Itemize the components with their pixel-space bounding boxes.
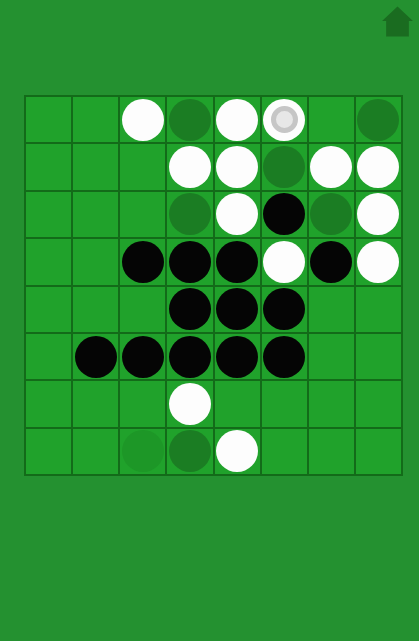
flipping-disc [169, 430, 211, 472]
cell-r8c6[interactable] [262, 429, 307, 474]
cell-r5c7[interactable] [309, 287, 354, 332]
cell-r7c6[interactable] [262, 381, 307, 426]
cell-r3c8[interactable] [356, 192, 401, 237]
cell-r3c6[interactable] [262, 192, 307, 237]
cell-r1c8[interactable] [356, 97, 401, 142]
black-disc [169, 241, 211, 283]
white-disc [169, 146, 211, 188]
cell-r1c7[interactable] [309, 97, 354, 142]
cell-r6c5[interactable] [215, 334, 260, 379]
cell-r2c3[interactable] [120, 144, 165, 189]
white-disc-last-move [263, 99, 305, 141]
cell-r4c4[interactable] [167, 239, 212, 284]
cell-r7c5[interactable] [215, 381, 260, 426]
cell-r4c6[interactable] [262, 239, 307, 284]
cell-r7c7[interactable] [309, 381, 354, 426]
cell-r1c5[interactable] [215, 97, 260, 142]
flipping-disc-faint [122, 430, 164, 472]
cell-r2c2[interactable] [73, 144, 118, 189]
cell-r4c7[interactable] [309, 239, 354, 284]
black-disc [263, 193, 305, 235]
cell-r7c4[interactable] [167, 381, 212, 426]
cell-r6c7[interactable] [309, 334, 354, 379]
cell-r8c3[interactable] [120, 429, 165, 474]
cell-r6c4[interactable] [167, 334, 212, 379]
cell-r4c2[interactable] [73, 239, 118, 284]
board [24, 95, 403, 476]
cell-r4c8[interactable] [356, 239, 401, 284]
cell-r1c2[interactable] [73, 97, 118, 142]
black-disc [122, 241, 164, 283]
black-disc [122, 336, 164, 378]
white-disc [122, 99, 164, 141]
cell-r2c4[interactable] [167, 144, 212, 189]
cell-r3c5[interactable] [215, 192, 260, 237]
black-disc [169, 336, 211, 378]
white-disc [216, 146, 258, 188]
cell-r2c1[interactable] [26, 144, 71, 189]
cell-r8c4[interactable] [167, 429, 212, 474]
black-disc [75, 336, 117, 378]
last-move-ring [271, 106, 298, 133]
flipping-disc [310, 193, 352, 235]
cell-r5c1[interactable] [26, 287, 71, 332]
cell-r1c3[interactable] [120, 97, 165, 142]
cell-r6c6[interactable] [262, 334, 307, 379]
cell-r5c4[interactable] [167, 287, 212, 332]
cell-r6c1[interactable] [26, 334, 71, 379]
cell-r8c2[interactable] [73, 429, 118, 474]
cell-r3c3[interactable] [120, 192, 165, 237]
cell-r8c8[interactable] [356, 429, 401, 474]
cell-r5c5[interactable] [215, 287, 260, 332]
flipping-disc [357, 99, 399, 141]
black-disc [310, 241, 352, 283]
home-icon [381, 4, 414, 38]
cell-r4c5[interactable] [215, 239, 260, 284]
cell-r2c8[interactable] [356, 144, 401, 189]
black-disc [263, 336, 305, 378]
cell-r5c8[interactable] [356, 287, 401, 332]
cell-r2c7[interactable] [309, 144, 354, 189]
black-disc [216, 241, 258, 283]
cell-r5c2[interactable] [73, 287, 118, 332]
white-disc [263, 241, 305, 283]
home-button[interactable] [381, 4, 414, 38]
white-disc [169, 383, 211, 425]
cell-r2c6[interactable] [262, 144, 307, 189]
cell-r6c8[interactable] [356, 334, 401, 379]
flipping-disc [169, 193, 211, 235]
cell-r4c1[interactable] [26, 239, 71, 284]
cell-r7c8[interactable] [356, 381, 401, 426]
cell-r5c6[interactable] [262, 287, 307, 332]
white-disc [357, 241, 399, 283]
cell-r7c1[interactable] [26, 381, 71, 426]
cell-r7c3[interactable] [120, 381, 165, 426]
black-disc [216, 336, 258, 378]
cell-r3c7[interactable] [309, 192, 354, 237]
cell-r4c3[interactable] [120, 239, 165, 284]
cell-r1c1[interactable] [26, 97, 71, 142]
cell-r3c2[interactable] [73, 192, 118, 237]
white-disc [357, 193, 399, 235]
cell-r5c3[interactable] [120, 287, 165, 332]
cell-r1c6[interactable] [262, 97, 307, 142]
flipping-disc [263, 146, 305, 188]
cell-r3c4[interactable] [167, 192, 212, 237]
white-disc [216, 193, 258, 235]
cell-r8c5[interactable] [215, 429, 260, 474]
black-disc [216, 288, 258, 330]
black-disc [169, 288, 211, 330]
cell-r1c4[interactable] [167, 97, 212, 142]
white-disc [216, 99, 258, 141]
cell-r8c7[interactable] [309, 429, 354, 474]
cell-r6c2[interactable] [73, 334, 118, 379]
white-disc [310, 146, 352, 188]
cell-r3c1[interactable] [26, 192, 71, 237]
white-disc [216, 430, 258, 472]
cell-r6c3[interactable] [120, 334, 165, 379]
cell-r7c2[interactable] [73, 381, 118, 426]
white-disc [357, 146, 399, 188]
cell-r8c1[interactable] [26, 429, 71, 474]
flipping-disc [169, 99, 211, 141]
black-disc [263, 288, 305, 330]
cell-r2c5[interactable] [215, 144, 260, 189]
